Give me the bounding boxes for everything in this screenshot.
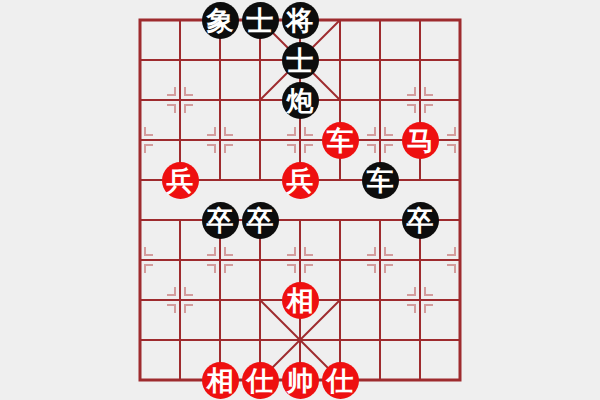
piece-black-pawn[interactable]: 卒: [242, 202, 279, 239]
piece-red-pawn[interactable]: 兵: [282, 162, 319, 199]
board-pieces: 象士将士炮车马兵兵车卒卒卒相相仕帅仕: [140, 20, 460, 380]
piece-black-pawn[interactable]: 卒: [402, 202, 439, 239]
piece-red-advisor[interactable]: 仕: [322, 362, 359, 399]
piece-red-rook[interactable]: 车: [322, 122, 359, 159]
piece-red-elephant[interactable]: 相: [282, 282, 319, 319]
piece-black-cannon[interactable]: 炮: [282, 82, 319, 119]
piece-black-advisor[interactable]: 士: [282, 42, 319, 79]
piece-red-advisor[interactable]: 仕: [242, 362, 279, 399]
page: { "game": "xiangqi", "board": { "columns…: [0, 0, 600, 400]
piece-red-elephant[interactable]: 相: [202, 362, 239, 399]
piece-black-pawn[interactable]: 卒: [202, 202, 239, 239]
piece-red-horse[interactable]: 马: [402, 122, 439, 159]
piece-black-elephant[interactable]: 象: [202, 2, 239, 39]
piece-red-pawn[interactable]: 兵: [162, 162, 199, 199]
xiangqi-board[interactable]: 象士将士炮车马兵兵车卒卒卒相相仕帅仕: [140, 20, 460, 380]
piece-black-advisor[interactable]: 士: [242, 2, 279, 39]
piece-black-general[interactable]: 将: [282, 2, 319, 39]
piece-black-rook[interactable]: 车: [362, 162, 399, 199]
piece-red-general[interactable]: 帅: [282, 362, 319, 399]
